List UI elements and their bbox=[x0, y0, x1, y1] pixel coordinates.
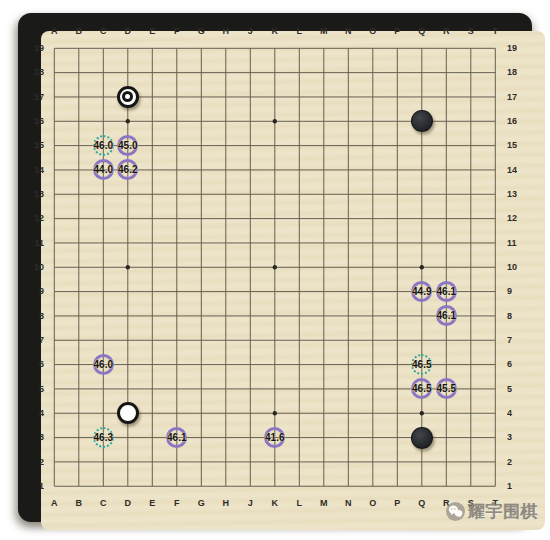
coordinate-label: 2 bbox=[507, 450, 537, 474]
coordinate-label: 4 bbox=[14, 401, 44, 425]
coordinate-label: 4 bbox=[507, 401, 537, 425]
coordinate-label: 8 bbox=[14, 304, 44, 328]
coordinate-label: 16 bbox=[507, 109, 537, 133]
coordinate-label: 3 bbox=[14, 425, 44, 449]
coordinate-label: 12 bbox=[507, 206, 537, 230]
watermark: 耀宇围棋 bbox=[446, 502, 538, 521]
coordinate-label: 2 bbox=[14, 450, 44, 474]
board-intersection-k3: 41.6 bbox=[263, 425, 288, 449]
coordinate-label: 15 bbox=[507, 133, 537, 157]
board-intersection-d17 bbox=[116, 85, 141, 109]
coordinate-label: 1 bbox=[507, 474, 537, 498]
last-move-marker-icon bbox=[122, 91, 133, 102]
winrate-value: 46.3 bbox=[94, 432, 113, 443]
row-labels-left: 19181716151413121110987654321 bbox=[14, 36, 44, 499]
black-stone[interactable] bbox=[411, 110, 433, 132]
winrate-value: 46.1 bbox=[437, 310, 456, 321]
winrate-value: 46.2 bbox=[118, 164, 137, 175]
winrate-annotation[interactable]: 46.2 bbox=[117, 159, 138, 180]
winrate-annotation[interactable]: 46.0 bbox=[93, 354, 114, 375]
winrate-value: 46.5 bbox=[412, 359, 431, 370]
winrate-value: 45.5 bbox=[437, 383, 456, 394]
coordinate-label: 7 bbox=[507, 328, 537, 352]
winrate-annotation[interactable]: 46.3 bbox=[93, 427, 114, 448]
black-stone[interactable] bbox=[411, 427, 433, 449]
coordinate-label: 17 bbox=[14, 85, 44, 109]
winrate-annotation[interactable]: 44.9 bbox=[411, 281, 432, 302]
board-intersection-c14: 44.0 bbox=[91, 158, 116, 182]
winrate-annotation[interactable]: 45.0 bbox=[117, 135, 138, 156]
board-intersection-c15: 46.0 bbox=[91, 133, 116, 157]
coordinate-label: 7 bbox=[14, 328, 44, 352]
wechat-icon bbox=[446, 502, 465, 521]
board-intersection-q3 bbox=[410, 425, 435, 449]
coordinate-label: 13 bbox=[507, 182, 537, 206]
winrate-value: 44.0 bbox=[94, 164, 113, 175]
winrate-value: 44.9 bbox=[412, 286, 431, 297]
coordinate-label: 5 bbox=[507, 377, 537, 401]
watermark-text: 耀宇围棋 bbox=[468, 502, 538, 521]
board-intersection-d14: 46.2 bbox=[116, 158, 141, 182]
winrate-annotation[interactable]: 45.5 bbox=[436, 378, 457, 399]
winrate-annotation[interactable]: 46.1 bbox=[166, 427, 187, 448]
coordinate-label: 13 bbox=[14, 182, 44, 206]
board-intersection-f3: 46.1 bbox=[165, 425, 190, 449]
coordinate-label: 12 bbox=[14, 206, 44, 230]
winrate-annotation[interactable]: 41.6 bbox=[264, 427, 285, 448]
board-intersection-r5: 45.5 bbox=[434, 377, 459, 401]
coordinate-label: 14 bbox=[14, 158, 44, 182]
winrate-value: 45.0 bbox=[118, 140, 137, 151]
winrate-annotation[interactable]: 46.0 bbox=[93, 135, 114, 156]
board-intersection-q9: 44.9 bbox=[410, 279, 435, 303]
winrate-value: 46.0 bbox=[94, 359, 113, 370]
white-stone[interactable] bbox=[117, 402, 139, 424]
coordinate-label: 5 bbox=[14, 377, 44, 401]
winrate-value: 46.1 bbox=[437, 286, 456, 297]
coordinate-label: 19 bbox=[14, 36, 44, 60]
coordinate-label: 1 bbox=[14, 474, 44, 498]
winrate-value: 46.5 bbox=[412, 383, 431, 394]
coordinate-label: 6 bbox=[507, 352, 537, 376]
winrate-annotation[interactable]: 46.1 bbox=[436, 281, 457, 302]
coordinate-label: 3 bbox=[507, 425, 537, 449]
coordinate-label: 16 bbox=[14, 109, 44, 133]
coordinate-label: 10 bbox=[14, 255, 44, 279]
coordinate-label: 18 bbox=[507, 60, 537, 84]
board-intersection-q16 bbox=[410, 109, 435, 133]
coordinate-label: 17 bbox=[507, 85, 537, 109]
coordinate-label: 6 bbox=[14, 352, 44, 376]
winrate-value: 46.0 bbox=[94, 140, 113, 151]
row-labels-right: 19181716151413121110987654321 bbox=[507, 36, 537, 499]
board-intersection-q5: 46.5 bbox=[410, 377, 435, 401]
coordinate-label: 8 bbox=[507, 304, 537, 328]
coordinate-label: 9 bbox=[507, 279, 537, 303]
coordinate-label: 15 bbox=[14, 133, 44, 157]
board-intersection-c6: 46.0 bbox=[91, 352, 116, 376]
coordinate-label: 9 bbox=[14, 279, 44, 303]
winrate-annotation[interactable]: 46.5 bbox=[411, 378, 432, 399]
board-intersection-d15: 45.0 bbox=[116, 133, 141, 157]
board-intersection-r8: 46.1 bbox=[434, 304, 459, 328]
coordinate-label: 18 bbox=[14, 60, 44, 84]
board-intersection-q6: 46.5 bbox=[410, 352, 435, 376]
go-diagram-screen: ABCDEFGHJKLMNOPQRST ABCDEFGHJKLMNOPQRST … bbox=[0, 0, 550, 540]
winrate-annotation[interactable]: 46.1 bbox=[436, 305, 457, 326]
board-intersection-c3: 46.3 bbox=[91, 425, 116, 449]
coordinate-label: 19 bbox=[507, 36, 537, 60]
winrate-annotation[interactable]: 44.0 bbox=[93, 159, 114, 180]
winrate-value: 41.6 bbox=[265, 432, 284, 443]
board-intersection-d4 bbox=[116, 401, 141, 425]
white-stone[interactable] bbox=[117, 86, 139, 108]
coordinate-label: 11 bbox=[14, 231, 44, 255]
coordinate-label: 14 bbox=[507, 158, 537, 182]
winrate-annotation[interactable]: 46.5 bbox=[411, 354, 432, 375]
board-grid[interactable]: 46.045.044.046.246.046.346.141.644.946.1… bbox=[42, 36, 508, 498]
board-intersection-r9: 46.1 bbox=[434, 279, 459, 303]
coordinate-label: 10 bbox=[507, 255, 537, 279]
coordinate-label: 11 bbox=[507, 231, 537, 255]
winrate-value: 46.1 bbox=[167, 432, 186, 443]
